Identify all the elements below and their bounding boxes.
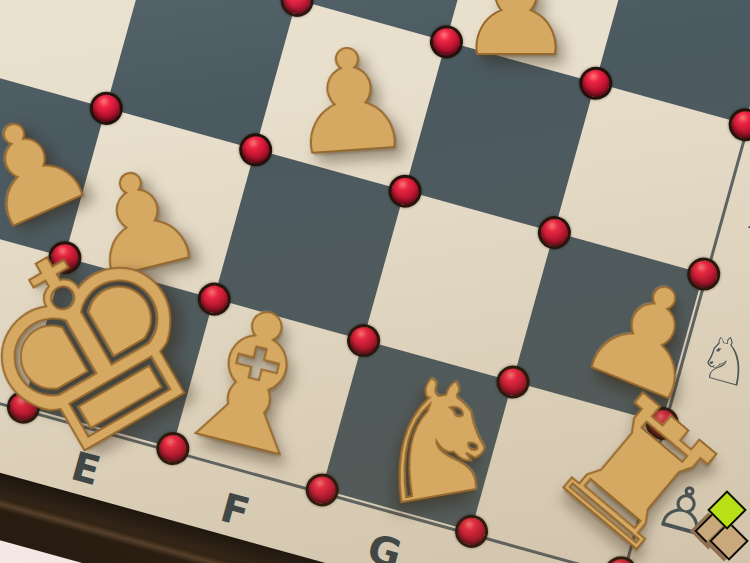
piece-white-knight-g1: ♞ <box>352 349 521 531</box>
piece-white-pawn-f3: ♟ <box>283 28 418 176</box>
piece-white-pawn-g4: ♟ <box>457 0 575 74</box>
board-photo: EFG♗♘♙ ♚♝♞♜♟♟♟♟♟ <box>0 0 750 563</box>
